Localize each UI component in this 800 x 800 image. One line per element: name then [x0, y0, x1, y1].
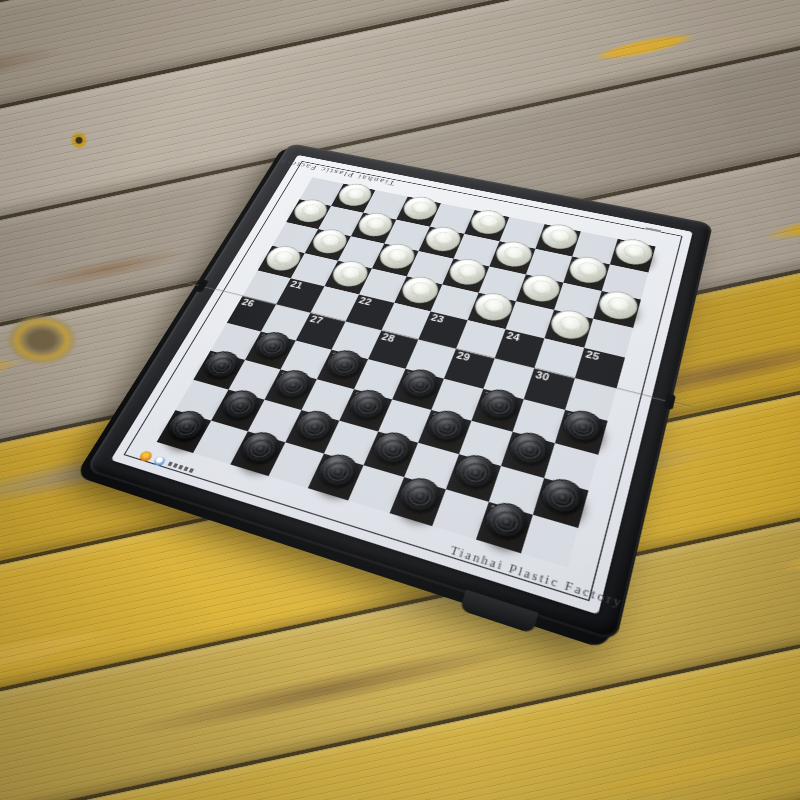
square-number: 24: [505, 331, 521, 343]
globe-badge-icon: [153, 455, 167, 467]
square-number: 25: [585, 349, 601, 362]
square-number: 21: [289, 280, 305, 291]
board-grid: 1234567891011121314151617181920212223242…: [157, 177, 656, 567]
product-photo-scene: Tianhai Plastic Factory Tianhai Plastic …: [0, 0, 800, 800]
square-number: 23: [430, 313, 446, 325]
square-number: 22: [357, 296, 373, 307]
